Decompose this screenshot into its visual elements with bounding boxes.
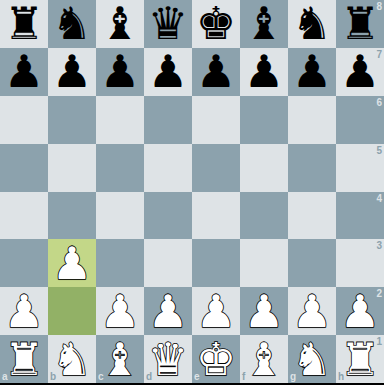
square-e8[interactable]: ♚ (192, 0, 240, 48)
board-background: ♜♞♝♛♚♝♞♜8♟♟♟♟♟♟♟♟7654♟3♟♟♟♟♟♟♟2♜a♞b♝c♛d♚… (0, 0, 384, 385)
piece-black-king[interactable]: ♚ (196, 1, 236, 46)
square-d2[interactable]: ♟ (144, 287, 192, 335)
square-e5[interactable] (192, 144, 240, 192)
square-c8[interactable]: ♝ (96, 0, 144, 48)
square-d3[interactable] (144, 239, 192, 287)
piece-white-king[interactable]: ♚ (196, 337, 236, 382)
square-a2[interactable]: ♟ (0, 287, 48, 335)
square-h6[interactable]: 6 (336, 96, 384, 144)
square-g5[interactable] (288, 144, 336, 192)
square-a8[interactable]: ♜ (0, 0, 48, 48)
square-a1[interactable]: ♜a (0, 335, 48, 383)
square-b7[interactable]: ♟ (48, 48, 96, 96)
piece-black-pawn[interactable]: ♟ (4, 49, 44, 94)
square-f5[interactable] (240, 144, 288, 192)
piece-white-rook[interactable]: ♜ (4, 337, 44, 382)
square-b2[interactable] (48, 287, 96, 335)
piece-white-bishop[interactable]: ♝ (100, 337, 140, 382)
square-b5[interactable] (48, 144, 96, 192)
piece-white-bishop[interactable]: ♝ (244, 337, 284, 382)
square-a6[interactable] (0, 96, 48, 144)
piece-white-pawn[interactable]: ♟ (292, 289, 332, 334)
square-h7[interactable]: ♟7 (336, 48, 384, 96)
square-d6[interactable] (144, 96, 192, 144)
chess-board: ♜♞♝♛♚♝♞♜8♟♟♟♟♟♟♟♟7654♟3♟♟♟♟♟♟♟2♜a♞b♝c♛d♚… (0, 0, 384, 383)
square-h5[interactable]: 5 (336, 144, 384, 192)
square-b1[interactable]: ♞b (48, 335, 96, 383)
piece-black-knight[interactable]: ♞ (292, 1, 332, 46)
square-g6[interactable] (288, 96, 336, 144)
piece-black-pawn[interactable]: ♟ (52, 49, 92, 94)
square-a5[interactable] (0, 144, 48, 192)
square-b3[interactable]: ♟ (48, 239, 96, 287)
square-g1[interactable]: ♞g (288, 335, 336, 383)
square-b8[interactable]: ♞ (48, 0, 96, 48)
square-h8[interactable]: ♜8 (336, 0, 384, 48)
piece-white-pawn[interactable]: ♟ (244, 289, 284, 334)
piece-black-rook[interactable]: ♜ (340, 1, 380, 46)
square-c1[interactable]: ♝c (96, 335, 144, 383)
piece-black-pawn[interactable]: ♟ (148, 49, 188, 94)
square-e4[interactable] (192, 192, 240, 240)
square-c2[interactable]: ♟ (96, 287, 144, 335)
square-f6[interactable] (240, 96, 288, 144)
square-f2[interactable]: ♟ (240, 287, 288, 335)
rank-label-3: 3 (376, 241, 382, 251)
square-h1[interactable]: ♜1h (336, 335, 384, 383)
piece-white-pawn[interactable]: ♟ (196, 289, 236, 334)
square-f7[interactable]: ♟ (240, 48, 288, 96)
square-e1[interactable]: ♚e (192, 335, 240, 383)
piece-black-pawn[interactable]: ♟ (196, 49, 236, 94)
piece-black-knight[interactable]: ♞ (52, 1, 92, 46)
piece-black-bishop[interactable]: ♝ (100, 1, 140, 46)
square-a4[interactable] (0, 192, 48, 240)
square-c5[interactable] (96, 144, 144, 192)
rank-label-5: 5 (376, 146, 382, 156)
piece-white-pawn[interactable]: ♟ (100, 289, 140, 334)
square-d7[interactable]: ♟ (144, 48, 192, 96)
square-e7[interactable]: ♟ (192, 48, 240, 96)
square-f1[interactable]: ♝f (240, 335, 288, 383)
rank-label-4: 4 (376, 194, 382, 204)
square-h3[interactable]: 3 (336, 239, 384, 287)
piece-black-pawn[interactable]: ♟ (100, 49, 140, 94)
square-c3[interactable] (96, 239, 144, 287)
piece-black-rook[interactable]: ♜ (4, 1, 44, 46)
piece-black-pawn[interactable]: ♟ (292, 49, 332, 94)
piece-white-pawn[interactable]: ♟ (148, 289, 188, 334)
square-e3[interactable] (192, 239, 240, 287)
square-c6[interactable] (96, 96, 144, 144)
square-b4[interactable] (48, 192, 96, 240)
square-a3[interactable] (0, 239, 48, 287)
square-e2[interactable]: ♟ (192, 287, 240, 335)
square-a7[interactable]: ♟ (0, 48, 48, 96)
square-b6[interactable] (48, 96, 96, 144)
piece-black-queen[interactable]: ♛ (148, 1, 188, 46)
piece-white-knight[interactable]: ♞ (52, 337, 92, 382)
square-g8[interactable]: ♞ (288, 0, 336, 48)
square-g7[interactable]: ♟ (288, 48, 336, 96)
piece-white-pawn[interactable]: ♟ (52, 241, 92, 286)
piece-white-pawn[interactable]: ♟ (4, 289, 44, 334)
square-f3[interactable] (240, 239, 288, 287)
square-f4[interactable] (240, 192, 288, 240)
piece-black-bishop[interactable]: ♝ (244, 1, 284, 46)
piece-white-pawn[interactable]: ♟ (340, 289, 380, 334)
square-h4[interactable]: 4 (336, 192, 384, 240)
square-h2[interactable]: ♟2 (336, 287, 384, 335)
square-c7[interactable]: ♟ (96, 48, 144, 96)
square-d4[interactable] (144, 192, 192, 240)
piece-white-rook[interactable]: ♜ (340, 337, 380, 382)
square-g4[interactable] (288, 192, 336, 240)
square-f8[interactable]: ♝ (240, 0, 288, 48)
piece-black-pawn[interactable]: ♟ (244, 49, 284, 94)
piece-white-queen[interactable]: ♛ (148, 337, 188, 382)
rank-label-6: 6 (376, 98, 382, 108)
square-g3[interactable] (288, 239, 336, 287)
piece-black-pawn[interactable]: ♟ (340, 49, 380, 94)
square-g2[interactable]: ♟ (288, 287, 336, 335)
piece-white-knight[interactable]: ♞ (292, 337, 332, 382)
square-d1[interactable]: ♛d (144, 335, 192, 383)
square-d8[interactable]: ♛ (144, 0, 192, 48)
square-c4[interactable] (96, 192, 144, 240)
square-d5[interactable] (144, 144, 192, 192)
square-e6[interactable] (192, 96, 240, 144)
